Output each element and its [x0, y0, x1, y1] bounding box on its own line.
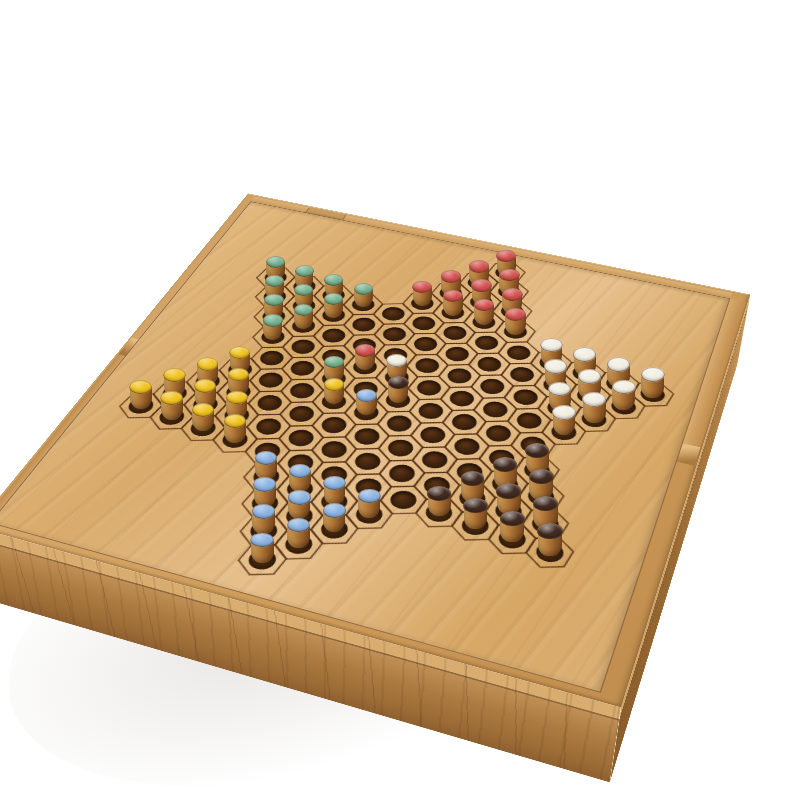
board-hole [253, 468, 279, 486]
board-hole [195, 374, 220, 389]
hole-c8-r1[interactable] [348, 294, 378, 314]
hole-c8-r4[interactable] [349, 356, 381, 379]
hole-c14-r3[interactable] [542, 396, 578, 420]
hole-c13-r2[interactable] [493, 282, 525, 302]
hole-c3-r3[interactable] [185, 416, 220, 441]
board-hole [250, 521, 277, 540]
board-hole [516, 412, 543, 428]
board-hole [265, 271, 287, 284]
hole-c3-r2[interactable] [188, 392, 222, 416]
board-hole [420, 427, 446, 444]
hole-c7-r7[interactable] [318, 413, 351, 438]
board-hole [451, 414, 477, 431]
hole-c8-r9[interactable] [351, 474, 386, 501]
hole-c11-r2[interactable] [437, 302, 469, 323]
hole-c7-r4[interactable] [318, 346, 349, 368]
hole-c8-r6[interactable] [350, 400, 383, 424]
hole-c7-r10[interactable] [317, 488, 352, 516]
board-hole [321, 492, 347, 511]
hole-c15-r2[interactable] [571, 384, 608, 408]
hole-c6-r10[interactable] [282, 475, 317, 502]
board-hole [385, 370, 409, 385]
hole-c14-r1[interactable] [534, 352, 569, 374]
hole-c9-r1[interactable] [378, 304, 409, 325]
hole-c2-r1[interactable] [157, 382, 192, 406]
hole-c4-r4[interactable] [217, 427, 252, 452]
board-hole [639, 386, 667, 402]
board-hole [539, 355, 565, 370]
hole-c3-r1[interactable] [191, 370, 225, 393]
hole-c8-r8[interactable] [351, 448, 385, 474]
hole-c11-r1[interactable] [435, 283, 466, 303]
board-hole [289, 406, 314, 422]
board-hole [449, 391, 475, 407]
board-hole [261, 330, 284, 344]
hole-c17-r1[interactable] [634, 383, 672, 407]
board-hole [323, 289, 345, 302]
board-hole [190, 420, 216, 437]
hole-c9-r8[interactable] [385, 460, 420, 487]
board-hole [495, 266, 518, 279]
board-hole [290, 383, 314, 399]
hole-c8-r10[interactable] [352, 500, 388, 528]
board-hole [354, 404, 379, 420]
hole-c10-r6[interactable] [414, 399, 448, 423]
hole-c5-r10[interactable] [248, 463, 283, 490]
hole-c9-r6[interactable] [382, 411, 416, 436]
hole-c5-r13[interactable] [243, 545, 281, 575]
hole-c11-r4[interactable] [441, 343, 474, 365]
board-hole [382, 307, 405, 321]
hole-c9-r9[interactable] [386, 486, 422, 514]
board-hole [467, 276, 490, 289]
hole-c7-r5[interactable] [318, 367, 350, 390]
hole-c7-r9[interactable] [317, 462, 351, 489]
hole-c5-r1[interactable] [261, 268, 291, 287]
hole-c13-r13[interactable] [530, 538, 570, 568]
board-hole [485, 425, 512, 442]
board-hole [456, 463, 483, 481]
board-hole [384, 348, 408, 363]
hole-c5-r12[interactable] [245, 516, 282, 545]
hole-c13-r6[interactable] [505, 363, 540, 386]
board-hole [472, 315, 496, 329]
board-hole [322, 417, 347, 434]
hole-c11-r7[interactable] [447, 410, 482, 435]
hole-c5-r7[interactable] [253, 391, 286, 415]
board-hole [355, 428, 380, 445]
board-hole [352, 298, 375, 312]
board-hole [262, 309, 285, 323]
board-hole [576, 388, 603, 404]
hole-c11-r3[interactable] [439, 322, 471, 343]
board-hole [494, 502, 522, 521]
hole-c7-r11[interactable] [317, 515, 353, 544]
board-hole [321, 466, 347, 484]
board-hole [388, 439, 414, 456]
hole-c6-r7[interactable] [285, 402, 318, 426]
board-hole [256, 418, 281, 435]
board-hole [383, 327, 406, 341]
hole-c12-r4[interactable] [470, 332, 503, 354]
board-hole [285, 534, 312, 554]
board-hole [287, 480, 313, 498]
board-hole [322, 441, 347, 458]
hole-c10-r3[interactable] [410, 333, 442, 355]
board-hole [193, 396, 219, 412]
hole-c15-r1[interactable] [567, 362, 603, 385]
hole-c10-r10[interactable] [421, 499, 458, 527]
board-hole [293, 299, 316, 313]
board-hole [443, 326, 467, 340]
hole-c13-r3[interactable] [496, 301, 529, 322]
hole-c4-r1[interactable] [224, 358, 257, 381]
board-hole [488, 450, 515, 467]
board-hole [292, 319, 315, 333]
hole-c7-r6[interactable] [318, 390, 350, 414]
hole-c9-r3[interactable] [380, 344, 412, 366]
board-hole [550, 424, 577, 441]
board-hole [224, 407, 249, 423]
hole-c6-r12[interactable] [280, 530, 316, 560]
board-hole [461, 516, 489, 535]
board-hole [322, 393, 346, 409]
board-hole [226, 384, 251, 400]
board-hole [535, 542, 565, 562]
hole-c16-r1[interactable] [600, 372, 637, 395]
board-hole [260, 351, 284, 366]
board-hole [422, 451, 448, 469]
hole-c7-r1[interactable] [319, 285, 349, 305]
hole-c13-r9[interactable] [515, 432, 552, 458]
hole-c12-r3[interactable] [468, 312, 501, 333]
board-hole [474, 336, 499, 351]
hole-c14-r2[interactable] [538, 373, 574, 396]
board-hole [418, 403, 443, 419]
board-hole [228, 362, 253, 377]
board-hole [286, 507, 313, 526]
hole-c10-r7[interactable] [416, 422, 451, 447]
board-hole [411, 297, 434, 311]
board-hole [503, 325, 528, 339]
hole-c7-r2[interactable] [319, 305, 349, 326]
board-hole [263, 290, 286, 303]
hole-c11-r5[interactable] [443, 365, 477, 388]
hole-c6-r6[interactable] [286, 379, 318, 402]
hole-c6-r1[interactable] [290, 276, 320, 296]
board-hole [506, 345, 531, 360]
board-hole [447, 368, 472, 383]
hole-c2-r2[interactable] [154, 405, 189, 429]
board-hole [255, 443, 281, 460]
hole-c9-r5[interactable] [382, 388, 415, 412]
board-hole [498, 529, 527, 549]
hole-c5-r5[interactable] [256, 347, 288, 369]
hole-c9-r4[interactable] [381, 366, 414, 389]
board-hole [291, 361, 315, 376]
board-hole [412, 316, 436, 330]
hole-c10-r9[interactable] [419, 472, 455, 499]
hole-c8-r5[interactable] [350, 378, 382, 401]
hole-c12-r6[interactable] [475, 375, 510, 398]
board-hole [162, 386, 188, 402]
board-hole [441, 306, 465, 320]
board-hole [459, 489, 487, 508]
hole-c9-r2[interactable] [379, 324, 410, 345]
hole-c6-r9[interactable] [283, 450, 317, 476]
hole-c15-r3[interactable] [576, 407, 613, 432]
board-hole [322, 371, 346, 386]
board-hole [445, 347, 470, 362]
board-hole [417, 380, 442, 396]
board-hole [527, 487, 556, 505]
board-hole [500, 304, 524, 318]
hole-c8-r3[interactable] [349, 335, 380, 357]
hole-c13-r5[interactable] [502, 342, 536, 364]
board-hole [542, 377, 568, 393]
board-hole [322, 349, 345, 364]
board-hole [387, 415, 412, 432]
hole-c10-r5[interactable] [412, 376, 445, 399]
hole-c5-r9[interactable] [250, 438, 285, 464]
board-hole [353, 359, 377, 374]
board-hole [291, 339, 314, 354]
board-hole [251, 494, 278, 513]
board-hole [439, 286, 462, 299]
board-hole [425, 503, 453, 522]
board-hole [248, 550, 276, 570]
board-hole [321, 519, 348, 538]
board-hole [523, 461, 551, 479]
hole-c12-r10[interactable] [486, 471, 523, 498]
game-box [0, 193, 750, 707]
board-hole [128, 398, 155, 414]
hole-c5-r8[interactable] [252, 414, 286, 439]
board-hole [389, 465, 415, 483]
board-hole [415, 358, 439, 373]
hole-c1-r1[interactable] [123, 394, 159, 418]
board-hole [222, 431, 248, 448]
hole-c10-r4[interactable] [411, 354, 444, 377]
hole-c8-r7[interactable] [350, 424, 384, 449]
hole-c5-r11[interactable] [247, 489, 283, 517]
hole-c13-r11[interactable] [522, 483, 561, 511]
hole-c9-r7[interactable] [383, 435, 418, 461]
board-hole [491, 475, 519, 493]
board-hole [605, 376, 632, 392]
starfield [81, 238, 734, 619]
hole-c5-r6[interactable] [254, 369, 287, 392]
hole-c8-r2[interactable] [349, 314, 380, 335]
board-hole [288, 454, 314, 472]
hole-c12-r5[interactable] [473, 353, 507, 376]
board-grid [97, 261, 714, 579]
hole-c12-r2[interactable] [465, 292, 497, 312]
board-hole [390, 491, 417, 510]
hole-c11-r10[interactable] [454, 484, 491, 512]
hole-c12-r12[interactable] [493, 524, 532, 553]
hole-c13-r8[interactable] [511, 408, 547, 433]
board-hole [414, 337, 438, 352]
board-hole [322, 328, 345, 342]
product-photo [0, 0, 794, 794]
board-hole [519, 436, 546, 453]
board-hole [356, 505, 383, 524]
board-hole [580, 411, 608, 427]
hole-c5-r2[interactable] [260, 287, 290, 307]
board-hole [482, 401, 508, 417]
hole-c10-r1[interactable] [407, 293, 438, 313]
board-hole [386, 392, 411, 408]
hole-c13-r4[interactable] [499, 321, 532, 342]
board-hole [355, 453, 381, 471]
hole-c13-r7[interactable] [508, 385, 543, 409]
hole-c6-r11[interactable] [281, 502, 317, 530]
hole-c13-r1[interactable] [491, 263, 523, 282]
hole-c7-r8[interactable] [317, 437, 351, 463]
board-hole [423, 477, 450, 495]
board-hole [610, 399, 638, 415]
board-hole [355, 478, 381, 496]
board-hole [531, 514, 560, 533]
board-hole [352, 318, 375, 332]
hole-c6-r8[interactable] [284, 425, 318, 450]
hole-c10-r8[interactable] [417, 447, 453, 473]
board-hole [571, 366, 597, 381]
board-hole [513, 389, 539, 405]
hole-c11-r11[interactable] [456, 511, 494, 540]
hole-c12-r1[interactable] [463, 273, 494, 293]
hole-c6-r2[interactable] [289, 296, 319, 316]
hole-c6-r5[interactable] [287, 357, 319, 380]
board-hole [354, 381, 378, 397]
hole-c14-r4[interactable] [546, 419, 583, 444]
board-hole [546, 400, 573, 416]
board-hole [480, 379, 506, 395]
board-hole [159, 409, 185, 425]
board-hole [497, 285, 521, 298]
board-hole [353, 338, 376, 353]
hole-c5-r3[interactable] [258, 306, 289, 327]
hole-c5-r4[interactable] [257, 326, 288, 348]
board-hole [469, 295, 493, 309]
hole-c4-r2[interactable] [222, 380, 256, 404]
hole-c6-r3[interactable] [288, 315, 319, 336]
board-hole [454, 438, 481, 455]
hole-c11-r6[interactable] [445, 387, 479, 411]
hole-c12-r7[interactable] [478, 397, 513, 421]
hole-c13-r10[interactable] [518, 457, 556, 484]
hole-c10-r2[interactable] [408, 313, 440, 334]
hole-c11-r8[interactable] [449, 434, 485, 460]
hole-c7-r3[interactable] [318, 325, 349, 346]
hole-c13-r12[interactable] [526, 510, 565, 539]
board-hole [509, 367, 535, 382]
hole-c11-r9[interactable] [452, 459, 488, 486]
board-hole [257, 395, 282, 411]
hole-c12-r8[interactable] [481, 421, 517, 446]
hole-c12-r11[interactable] [490, 497, 528, 525]
board-hole [288, 430, 313, 447]
board-hole [259, 372, 283, 387]
hole-c12-r9[interactable] [483, 445, 520, 471]
hole-c4-r3[interactable] [220, 403, 254, 427]
hole-c6-r4[interactable] [287, 336, 318, 358]
board-hole [477, 357, 502, 372]
board-hole [322, 308, 345, 322]
board-hole [293, 280, 315, 293]
